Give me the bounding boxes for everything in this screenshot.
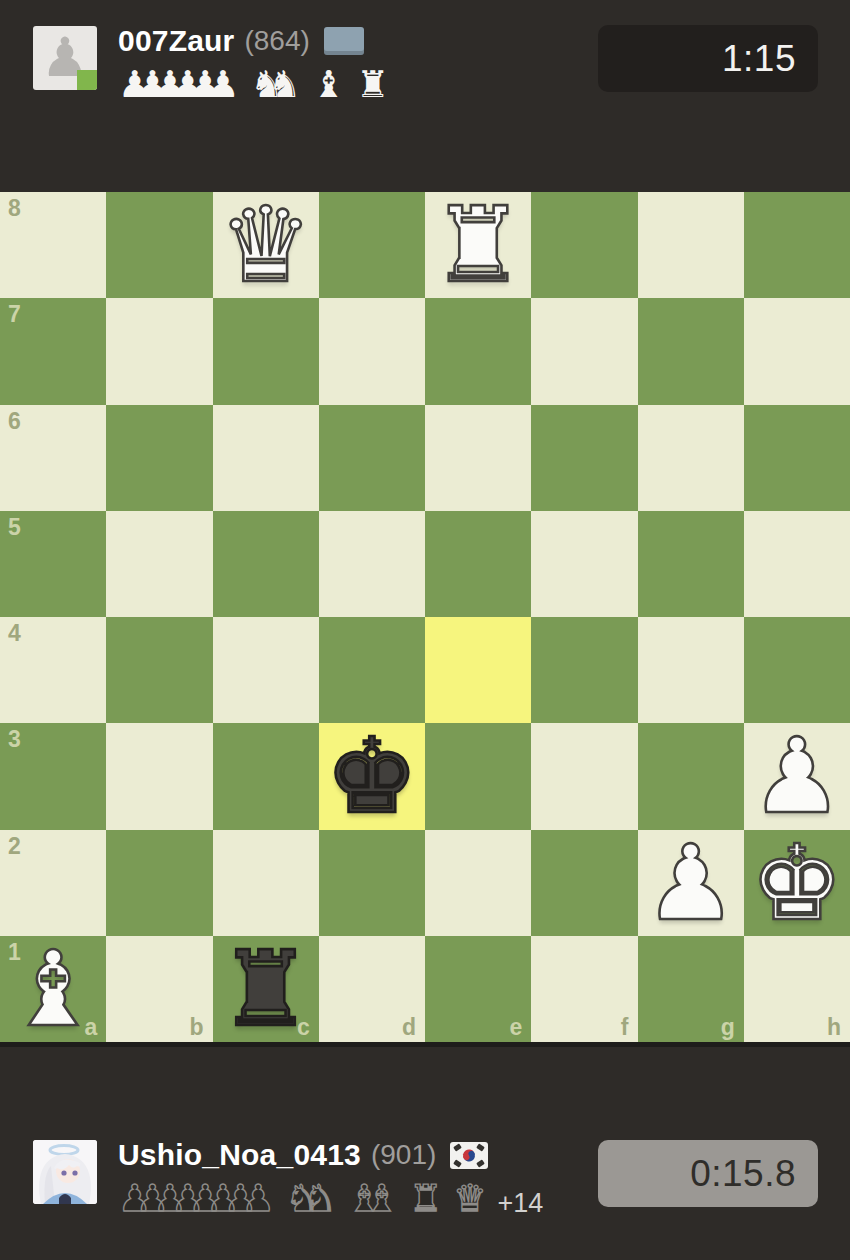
bottom-player-captured-pieces: ♟♟♟♟♟♟♟♟ ♞♞ ♝♝ ♜ ♛ +14 [118,1179,543,1219]
bottom-player-name[interactable]: Ushio_Noa_0413 [118,1138,361,1172]
piece-white-bishop-a1[interactable]: ♝ [0,936,106,1042]
square-d2[interactable] [319,830,425,936]
square-a7[interactable]: 7 [0,298,106,404]
square-f3[interactable] [531,723,637,829]
square-h3[interactable]: ♟ [744,723,850,829]
square-d3[interactable]: ♚ [319,723,425,829]
square-a4[interactable]: 4 [0,617,106,723]
captured-queens: ♛ [453,1179,486,1219]
square-e1[interactable]: e [425,936,531,1042]
square-b7[interactable] [106,298,212,404]
chess-board[interactable]: 8♛♜76543♚♟2♟♚1a♝bc♜defgh [0,192,850,1042]
piece-white-rook-e8[interactable]: ♜ [425,192,531,298]
piece-black-king-d3[interactable]: ♚ [319,723,425,829]
rank-label-2: 2 [8,833,21,860]
square-d4[interactable] [319,617,425,723]
square-e8[interactable]: ♜ [425,192,531,298]
top-clock-time: 1:15 [722,38,796,80]
captured-knights: ♞♞ [250,65,301,105]
rank-label-6: 6 [8,408,21,435]
square-h7[interactable] [744,298,850,404]
square-c1[interactable]: c♜ [213,936,319,1042]
captured-bishops: ♝♝ [347,1179,398,1219]
rank-label-3: 3 [8,726,21,753]
top-player-info: 007Zaur (864) ♟♟♟♟♟♟ ♞♞ ♝ ♜ [118,22,389,105]
square-b2[interactable] [106,830,212,936]
square-d5[interactable] [319,511,425,617]
square-g3[interactable] [638,723,744,829]
square-f2[interactable] [531,830,637,936]
captured-bishops: ♝ [312,65,345,105]
bottom-player-bar: Ushio_Noa_0413 (901) [0,1046,850,1260]
square-c6[interactable] [213,405,319,511]
square-h1[interactable]: h [744,936,850,1042]
rank-label-7: 7 [8,301,21,328]
piece-black-rook-c1[interactable]: ♜ [213,936,319,1042]
material-advantage: +14 [498,1183,544,1223]
square-e2[interactable] [425,830,531,936]
piece-white-pawn-h3[interactable]: ♟ [744,723,850,829]
square-d8[interactable] [319,192,425,298]
captured-pawns: ♟♟♟♟♟♟♟♟ [118,1179,275,1219]
square-h5[interactable] [744,511,850,617]
anime-avatar-image [33,1140,97,1204]
square-a8[interactable]: 8 [0,192,106,298]
square-h4[interactable] [744,617,850,723]
piece-white-pawn-g2[interactable]: ♟ [638,830,744,936]
top-player-flag-icon [324,27,364,55]
square-f5[interactable] [531,511,637,617]
top-player-captured-pieces: ♟♟♟♟♟♟ ♞♞ ♝ ♜ [118,65,389,105]
file-label-d: d [402,1014,416,1041]
square-g8[interactable] [638,192,744,298]
square-g2[interactable]: ♟ [638,830,744,936]
top-player-rating: (864) [244,25,309,57]
square-a1[interactable]: 1a♝ [0,936,106,1042]
square-b4[interactable] [106,617,212,723]
square-f4[interactable] [531,617,637,723]
chess-app-screen: ♟ 007Zaur (864) ♟♟♟♟♟♟ ♞♞ ♝ ♜ 1:15 8♛♜76… [0,0,850,1260]
file-label-e: e [509,1014,522,1041]
square-c3[interactable] [213,723,319,829]
square-a3[interactable]: 3 [0,723,106,829]
piece-white-king-h2[interactable]: ♚ [744,830,850,936]
square-c2[interactable] [213,830,319,936]
top-player-bar: ♟ 007Zaur (864) ♟♟♟♟♟♟ ♞♞ ♝ ♜ 1:15 [0,0,850,192]
square-c7[interactable] [213,298,319,404]
square-h2[interactable]: ♚ [744,830,850,936]
file-label-h: h [827,1014,841,1041]
square-d7[interactable] [319,298,425,404]
square-a5[interactable]: 5 [0,511,106,617]
rank-label-8: 8 [8,195,21,222]
square-g7[interactable] [638,298,744,404]
square-f7[interactable] [531,298,637,404]
square-b6[interactable] [106,405,212,511]
online-indicator [77,70,97,90]
square-g6[interactable] [638,405,744,511]
rank-label-5: 5 [8,514,21,541]
square-e6[interactable] [425,405,531,511]
square-c5[interactable] [213,511,319,617]
bottom-player-clock: 0:15.8 [598,1140,818,1207]
file-label-g: g [721,1014,735,1041]
captured-knights: ♞♞ [286,1179,337,1219]
bottom-player-avatar[interactable] [33,1140,97,1204]
square-d1[interactable]: d [319,936,425,1042]
square-c4[interactable] [213,617,319,723]
square-e4[interactable] [425,617,531,723]
square-h8[interactable] [744,192,850,298]
square-e7[interactable] [425,298,531,404]
top-player-clock: 1:15 [598,25,818,92]
square-e3[interactable] [425,723,531,829]
captured-rooks: ♜ [356,65,389,105]
piece-white-queen-c8[interactable]: ♛ [213,192,319,298]
file-label-b: b [189,1014,203,1041]
square-g5[interactable] [638,511,744,617]
square-a2[interactable]: 2 [0,830,106,936]
square-f8[interactable] [531,192,637,298]
bottom-player-info: Ushio_Noa_0413 (901) [118,1136,543,1219]
square-b3[interactable] [106,723,212,829]
south-korea-flag-icon [450,1142,488,1169]
square-b1[interactable]: b [106,936,212,1042]
rank-label-4: 4 [8,620,21,647]
square-f6[interactable] [531,405,637,511]
file-label-f: f [621,1014,629,1041]
bottom-player-rating: (901) [371,1139,436,1171]
top-player-avatar[interactable]: ♟ [33,26,97,90]
square-a6[interactable]: 6 [0,405,106,511]
square-d6[interactable] [319,405,425,511]
square-c8[interactable]: ♛ [213,192,319,298]
square-b8[interactable] [106,192,212,298]
square-g4[interactable] [638,617,744,723]
captured-pawns: ♟♟♟♟♟♟ [118,65,239,105]
bottom-clock-time: 0:15.8 [690,1153,796,1195]
square-b5[interactable] [106,511,212,617]
square-f1[interactable]: f [531,936,637,1042]
square-h6[interactable] [744,405,850,511]
captured-rooks: ♜ [409,1179,442,1219]
top-player-name[interactable]: 007Zaur [118,24,234,58]
square-g1[interactable]: g [638,936,744,1042]
square-e5[interactable] [425,511,531,617]
